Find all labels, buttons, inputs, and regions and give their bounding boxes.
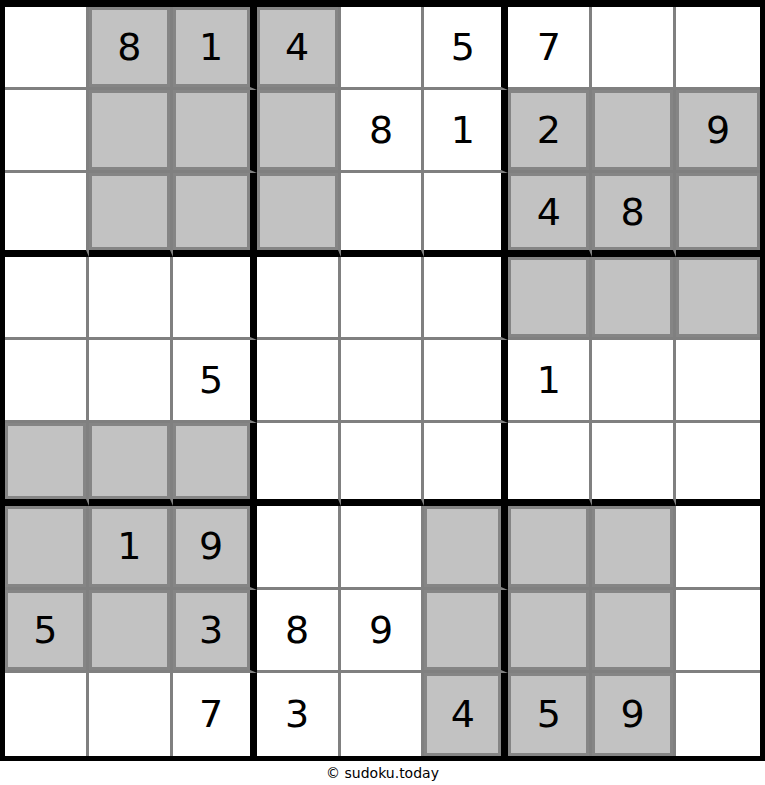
cell-r7c6[interactable] [424, 506, 508, 589]
cell-r1c3[interactable]: 1 [173, 7, 257, 90]
cell-r4c5[interactable] [341, 257, 425, 340]
cell-r4c9[interactable] [676, 257, 760, 340]
cell-r5c6[interactable] [424, 340, 508, 423]
cell-r2c1[interactable] [5, 90, 89, 173]
cell-r1c2[interactable]: 8 [89, 7, 173, 90]
cell-r7c1[interactable] [5, 506, 89, 589]
sudoku-board: 814578129485119538973459 [0, 0, 765, 761]
cell-r2c5[interactable]: 8 [341, 90, 425, 173]
cell-r3c3[interactable] [173, 173, 257, 256]
cell-r6c3[interactable] [173, 423, 257, 506]
cell-r2c2[interactable] [89, 90, 173, 173]
cell-r1c9[interactable] [676, 7, 760, 90]
cell-r4c7[interactable] [508, 257, 592, 340]
cell-r4c3[interactable] [173, 257, 257, 340]
cell-r9c3[interactable]: 7 [173, 673, 257, 756]
cell-r1c7[interactable]: 7 [508, 7, 592, 90]
cell-r2c6[interactable]: 1 [424, 90, 508, 173]
cell-r8c2[interactable] [89, 590, 173, 673]
cell-r5c4[interactable] [257, 340, 341, 423]
cell-r5c7[interactable]: 1 [508, 340, 592, 423]
cell-r9c6[interactable]: 4 [424, 673, 508, 756]
cell-r1c4[interactable]: 4 [257, 7, 341, 90]
cell-r7c8[interactable] [592, 506, 676, 589]
cell-r9c8[interactable]: 9 [592, 673, 676, 756]
cell-r7c5[interactable] [341, 506, 425, 589]
cell-r7c2[interactable]: 1 [89, 506, 173, 589]
cell-r9c2[interactable] [89, 673, 173, 756]
cell-r4c1[interactable] [5, 257, 89, 340]
cell-r3c7[interactable]: 4 [508, 173, 592, 256]
cell-r8c9[interactable] [676, 590, 760, 673]
cell-r3c4[interactable] [257, 173, 341, 256]
cell-r2c8[interactable] [592, 90, 676, 173]
cell-r5c2[interactable] [89, 340, 173, 423]
cell-r8c8[interactable] [592, 590, 676, 673]
cell-r8c5[interactable]: 9 [341, 590, 425, 673]
cell-r8c4[interactable]: 8 [257, 590, 341, 673]
cell-r6c7[interactable] [508, 423, 592, 506]
cell-r3c9[interactable] [676, 173, 760, 256]
cell-r7c3[interactable]: 9 [173, 506, 257, 589]
cell-r1c8[interactable] [592, 7, 676, 90]
cell-r8c6[interactable] [424, 590, 508, 673]
cell-r4c2[interactable] [89, 257, 173, 340]
cell-r1c5[interactable] [341, 7, 425, 90]
cell-r2c4[interactable] [257, 90, 341, 173]
cell-r1c6[interactable]: 5 [424, 7, 508, 90]
cell-r2c7[interactable]: 2 [508, 90, 592, 173]
cell-r6c4[interactable] [257, 423, 341, 506]
cell-r3c1[interactable] [5, 173, 89, 256]
cell-r8c3[interactable]: 3 [173, 590, 257, 673]
cell-r7c4[interactable] [257, 506, 341, 589]
cell-r8c1[interactable]: 5 [5, 590, 89, 673]
cell-r6c9[interactable] [676, 423, 760, 506]
cell-r5c1[interactable] [5, 340, 89, 423]
cell-r9c9[interactable] [676, 673, 760, 756]
sudoku-page: 814578129485119538973459 © sudoku.today [0, 0, 765, 785]
cell-r9c4[interactable]: 3 [257, 673, 341, 756]
cell-r9c1[interactable] [5, 673, 89, 756]
copyright-text: © sudoku.today [0, 761, 765, 785]
cell-r8c7[interactable] [508, 590, 592, 673]
cell-r3c5[interactable] [341, 173, 425, 256]
cell-r3c2[interactable] [89, 173, 173, 256]
cell-r2c9[interactable]: 9 [676, 90, 760, 173]
cell-r7c7[interactable] [508, 506, 592, 589]
cell-r3c6[interactable] [424, 173, 508, 256]
cell-r5c5[interactable] [341, 340, 425, 423]
cell-r9c7[interactable]: 5 [508, 673, 592, 756]
cell-r5c3[interactable]: 5 [173, 340, 257, 423]
cell-r4c4[interactable] [257, 257, 341, 340]
cell-r7c9[interactable] [676, 506, 760, 589]
cell-r6c1[interactable] [5, 423, 89, 506]
cell-r3c8[interactable]: 8 [592, 173, 676, 256]
cell-r6c2[interactable] [89, 423, 173, 506]
cell-r4c8[interactable] [592, 257, 676, 340]
cell-r2c3[interactable] [173, 90, 257, 173]
cell-r9c5[interactable] [341, 673, 425, 756]
cell-r6c8[interactable] [592, 423, 676, 506]
cell-r1c1[interactable] [5, 7, 89, 90]
cell-r6c5[interactable] [341, 423, 425, 506]
cell-r5c9[interactable] [676, 340, 760, 423]
cell-r6c6[interactable] [424, 423, 508, 506]
cell-r4c6[interactable] [424, 257, 508, 340]
cell-r5c8[interactable] [592, 340, 676, 423]
